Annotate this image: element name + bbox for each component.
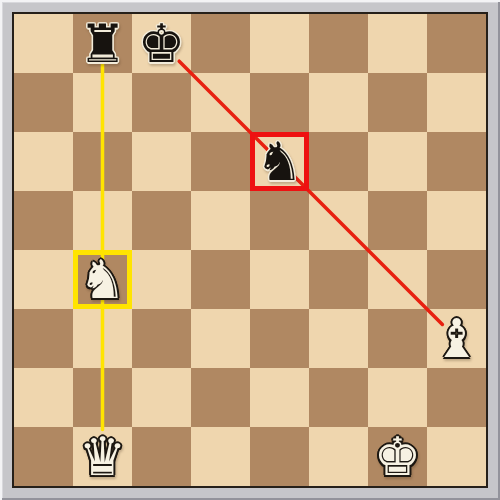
piece-black-knight-e6[interactable]: ♞ — [250, 132, 309, 191]
piece-white-king-g1[interactable]: ♚ — [368, 427, 427, 486]
piece-black-king-c8[interactable]: ♚ — [132, 14, 191, 73]
pieces-layer: ♜♚♞♞♝♛♚ — [14, 14, 486, 486]
chess-board: ♜♚♞♞♝♛♚ — [12, 12, 488, 488]
piece-white-queen-b1[interactable]: ♛ — [73, 427, 132, 486]
board-frame: ♜♚♞♞♝♛♚ — [0, 0, 500, 500]
chess-diagram: ♜♚♞♞♝♛♚ — [0, 0, 500, 500]
piece-black-rook-b8[interactable]: ♜ — [73, 14, 132, 73]
piece-white-knight-b4[interactable]: ♞ — [73, 250, 132, 309]
piece-white-bishop-h3[interactable]: ♝ — [427, 309, 486, 368]
